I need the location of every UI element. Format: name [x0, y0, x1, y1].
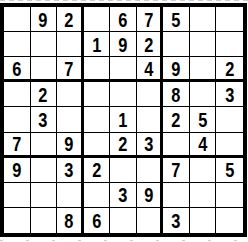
sudoku-cell-r2c8[interactable]: [190, 32, 217, 57]
sudoku-cell-r6c3[interactable]: 9: [57, 133, 84, 158]
sudoku-cell-r1c5[interactable]: 6: [110, 7, 137, 32]
given-digit: 3: [118, 184, 127, 205]
given-digit: 9: [144, 184, 153, 205]
sudoku-cell-r7c5[interactable]: [110, 158, 137, 183]
sudoku-cell-r3c1[interactable]: 6: [4, 57, 31, 82]
sudoku-cell-r9c3[interactable]: 8: [57, 208, 84, 233]
given-digit: 3: [172, 210, 181, 231]
sudoku-cell-r3c7[interactable]: 9: [163, 57, 190, 82]
sudoku-cell-r3c9[interactable]: 2: [216, 57, 243, 82]
given-digit: 9: [64, 133, 73, 154]
sudoku-cell-r5c9[interactable]: [216, 107, 243, 132]
sudoku-cell-r2c6[interactable]: 2: [137, 32, 164, 57]
given-digit: 8: [172, 84, 181, 105]
given-digit: 4: [198, 133, 207, 154]
given-digit: 2: [92, 159, 101, 180]
gridline-artifact-top: [0, 0, 248, 1]
sudoku-cell-r5c5[interactable]: 1: [110, 107, 137, 132]
sudoku-cell-r4c7[interactable]: 8: [163, 82, 190, 107]
sudoku-cell-r2c2[interactable]: [31, 32, 58, 57]
sudoku-cell-r3c8[interactable]: [190, 57, 217, 82]
given-digit: 9: [172, 58, 181, 79]
given-digit: 2: [64, 9, 73, 30]
given-digit: 9: [39, 9, 48, 30]
sudoku-cell-r4c9[interactable]: 3: [216, 82, 243, 107]
sudoku-cell-r6c1[interactable]: 7: [4, 133, 31, 158]
sudoku-cell-r8c6[interactable]: 9: [137, 183, 164, 208]
sudoku-cell-r2c7[interactable]: [163, 32, 190, 57]
sudoku-board: 92675192674922833125792349327539863: [0, 3, 247, 237]
sudoku-cell-r2c3[interactable]: [57, 32, 84, 57]
sudoku-cell-r7c7[interactable]: 7: [163, 158, 190, 183]
sudoku-cell-r4c5[interactable]: [110, 82, 137, 107]
sudoku-cell-r2c5[interactable]: 9: [110, 32, 137, 57]
sudoku-cell-r2c9[interactable]: [216, 32, 243, 57]
sudoku-cell-r1c4[interactable]: [84, 7, 111, 32]
given-digit: 5: [198, 109, 207, 130]
given-digit: 3: [39, 109, 48, 130]
sudoku-cell-r8c2[interactable]: [31, 183, 58, 208]
sudoku-cell-r5c7[interactable]: 2: [163, 107, 190, 132]
sudoku-cell-r9c8[interactable]: [190, 208, 217, 233]
given-digit: 9: [12, 159, 21, 180]
sudoku-cell-r5c3[interactable]: [57, 107, 84, 132]
given-digit: 5: [225, 159, 234, 180]
sudoku-cell-r4c4[interactable]: [84, 82, 111, 107]
sudoku-cell-r3c6[interactable]: 4: [137, 57, 164, 82]
sudoku-cell-r5c4[interactable]: [84, 107, 111, 132]
given-digit: 2: [172, 109, 181, 130]
sudoku-cell-r6c7[interactable]: [163, 133, 190, 158]
sudoku-cell-r1c7[interactable]: 5: [163, 7, 190, 32]
sudoku-cell-r6c9[interactable]: [216, 133, 243, 158]
sudoku-cell-r4c3[interactable]: [57, 82, 84, 107]
sudoku-cell-r4c8[interactable]: [190, 82, 217, 107]
sudoku-cell-r2c4[interactable]: 1: [84, 32, 111, 57]
sudoku-cell-r9c6[interactable]: [137, 208, 164, 233]
sudoku-cell-r1c9[interactable]: [216, 7, 243, 32]
sudoku-cell-r6c2[interactable]: [31, 133, 58, 158]
sudoku-cell-r1c1[interactable]: [4, 7, 31, 32]
sudoku-screenshot: 92675192674922833125792349327539863: [0, 0, 248, 242]
sudoku-cell-r6c8[interactable]: 4: [190, 133, 217, 158]
sudoku-cell-r5c8[interactable]: 5: [190, 107, 217, 132]
sudoku-cell-r6c4[interactable]: [84, 133, 111, 158]
given-digit: 8: [64, 210, 73, 231]
sudoku-cell-r2c1[interactable]: [4, 32, 31, 57]
sudoku-cell-r7c9[interactable]: 5: [216, 158, 243, 183]
sudoku-cell-r9c9[interactable]: [216, 208, 243, 233]
sudoku-cell-r1c6[interactable]: 7: [137, 7, 164, 32]
sudoku-cell-r9c1[interactable]: [4, 208, 31, 233]
sudoku-cell-r7c3[interactable]: 3: [57, 158, 84, 183]
given-digit: 4: [144, 58, 153, 79]
given-digit: 2: [225, 58, 234, 79]
sudoku-cell-r9c2[interactable]: [31, 208, 58, 233]
sudoku-cell-r8c4[interactable]: [84, 183, 111, 208]
sudoku-cell-r1c2[interactable]: 9: [31, 7, 58, 32]
given-digit: 1: [92, 34, 101, 55]
given-digit: 2: [39, 84, 48, 105]
given-digit: 1: [118, 109, 127, 130]
sudoku-cell-r7c4[interactable]: 2: [84, 158, 111, 183]
sudoku-cell-r7c8[interactable]: [190, 158, 217, 183]
sudoku-cell-r8c1[interactable]: [4, 183, 31, 208]
sudoku-cell-r9c5[interactable]: [110, 208, 137, 233]
sudoku-cell-r4c2[interactable]: 2: [31, 82, 58, 107]
sudoku-cell-r4c1[interactable]: [4, 82, 31, 107]
sudoku-cell-r9c4[interactable]: 6: [84, 208, 111, 233]
sudoku-cell-r4c6[interactable]: [137, 82, 164, 107]
sudoku-cell-r8c7[interactable]: [163, 183, 190, 208]
given-digit: 7: [172, 159, 181, 180]
sudoku-cell-r8c3[interactable]: [57, 183, 84, 208]
given-digit: 2: [118, 133, 127, 154]
sudoku-cell-r5c2[interactable]: 3: [31, 107, 58, 132]
sudoku-cell-r3c4[interactable]: [84, 57, 111, 82]
given-digit: 7: [64, 58, 73, 79]
sudoku-cell-r5c1[interactable]: [4, 107, 31, 132]
given-digit: 6: [92, 210, 101, 231]
sudoku-cell-r6c6[interactable]: 3: [137, 133, 164, 158]
given-digit: 5: [172, 9, 181, 30]
sudoku-cell-r8c9[interactable]: [216, 183, 243, 208]
sudoku-cell-r7c2[interactable]: [31, 158, 58, 183]
given-digit: 3: [225, 84, 234, 105]
gridline-artifact-bottom: [0, 240, 248, 241]
given-digit: 3: [144, 133, 153, 154]
sudoku-cell-r7c6[interactable]: [137, 158, 164, 183]
sudoku-cell-r7c1[interactable]: 9: [4, 158, 31, 183]
sudoku-cell-r1c8[interactable]: [190, 7, 217, 32]
given-digit: 7: [12, 133, 21, 154]
sudoku-cell-r8c5[interactable]: 3: [110, 183, 137, 208]
sudoku-cell-r6c5[interactable]: 2: [110, 133, 137, 158]
sudoku-cell-r3c3[interactable]: 7: [57, 57, 84, 82]
given-digit: 3: [64, 159, 73, 180]
sudoku-cell-r5c6[interactable]: [137, 107, 164, 132]
sudoku-cell-r3c2[interactable]: [31, 57, 58, 82]
sudoku-cell-r1c3[interactable]: 2: [57, 7, 84, 32]
sudoku-cell-r9c7[interactable]: 3: [163, 208, 190, 233]
given-digit: 7: [144, 9, 153, 30]
given-digit: 6: [118, 9, 127, 30]
sudoku-cell-r3c5[interactable]: [110, 57, 137, 82]
given-digit: 6: [12, 58, 21, 79]
sudoku-cell-r8c8[interactable]: [190, 183, 217, 208]
given-digit: 2: [144, 34, 153, 55]
given-digit: 9: [118, 34, 127, 55]
